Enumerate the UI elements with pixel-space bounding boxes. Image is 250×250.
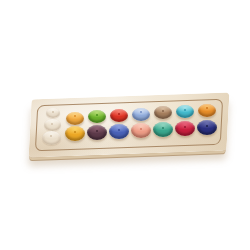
- stone-salmon-r2c4[interactable]: [131, 123, 151, 138]
- board-photo-scene: [0, 0, 250, 250]
- stone-dimple: [184, 126, 186, 128]
- stones-layer: [0, 0, 250, 250]
- stone-navy-r2c7[interactable]: [197, 120, 217, 135]
- stone-dimple: [51, 123, 53, 125]
- stone-dimple: [74, 131, 76, 133]
- stone-dimple: [140, 128, 142, 130]
- stone-clear-3[interactable]: [42, 131, 61, 145]
- stone-dimple: [96, 130, 98, 132]
- stone-orange-r1c1[interactable]: [66, 112, 84, 125]
- stone-dimple: [206, 107, 208, 109]
- stone-turquoise-r1c6[interactable]: [176, 105, 194, 118]
- stone-blue-r2c3[interactable]: [109, 124, 129, 139]
- stone-dimple: [96, 114, 98, 116]
- stone-dimple: [184, 109, 186, 111]
- stone-green-r1c2[interactable]: [88, 110, 106, 123]
- stone-dimple: [118, 129, 120, 131]
- stone-dimple: [162, 127, 164, 129]
- stone-clear-1[interactable]: [46, 108, 60, 118]
- stone-dimple: [52, 111, 54, 113]
- stone-red-r1c3[interactable]: [110, 109, 128, 122]
- stone-crimson-r2c6[interactable]: [175, 121, 195, 136]
- stone-dimple: [50, 135, 52, 137]
- stone-dimple: [206, 125, 208, 127]
- stone-dimple: [140, 111, 142, 113]
- stone-orange2-r1c7[interactable]: [198, 104, 216, 117]
- stone-brown-r1c5[interactable]: [154, 106, 172, 119]
- stone-dimple: [162, 110, 164, 112]
- stone-lightblue-r1c4[interactable]: [132, 108, 150, 121]
- stone-plum-r2c2[interactable]: [87, 125, 107, 140]
- stone-dimple: [118, 113, 120, 115]
- stone-dimple: [74, 115, 76, 117]
- stone-teal-r2c5[interactable]: [153, 122, 173, 137]
- stone-clear-2[interactable]: [44, 119, 61, 131]
- stone-amber-r2c1[interactable]: [65, 126, 85, 141]
